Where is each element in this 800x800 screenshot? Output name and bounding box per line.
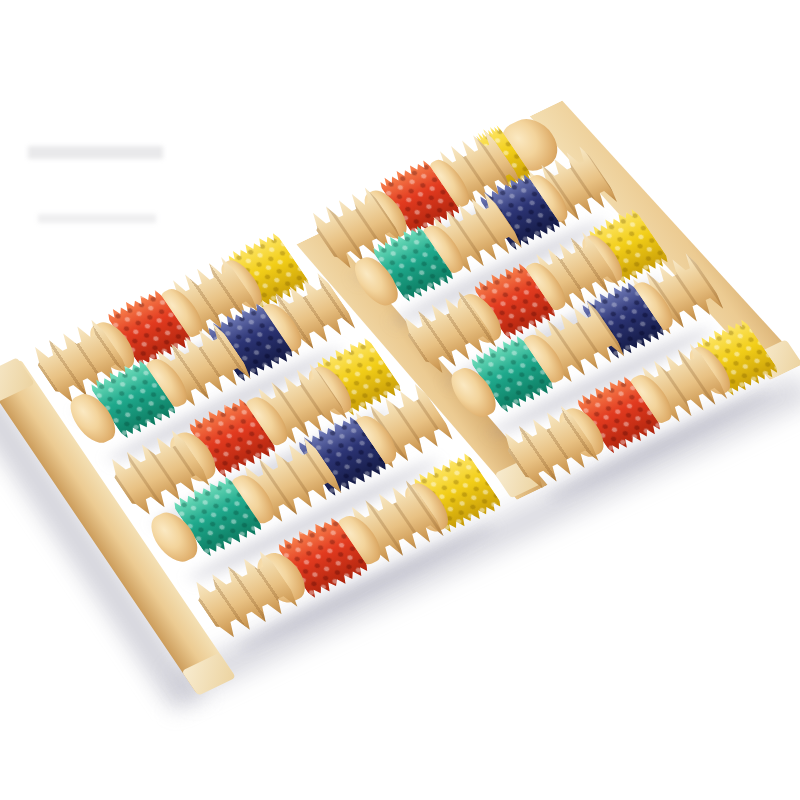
photo-artifact (28, 146, 163, 159)
photo-artifact (38, 214, 156, 223)
photo-canvas: Overhead product photo of a two-panel wo… (0, 0, 800, 800)
